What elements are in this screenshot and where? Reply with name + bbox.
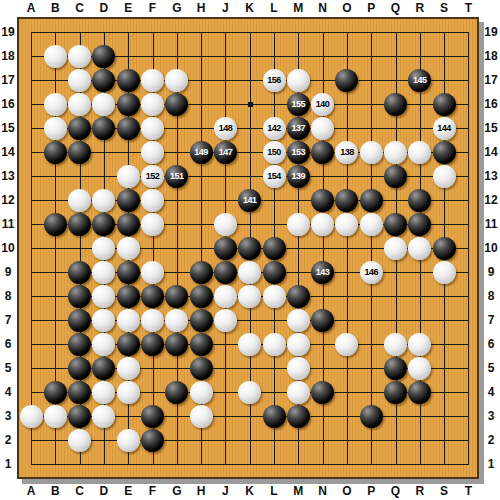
stone-white-F7[interactable] bbox=[141, 309, 164, 332]
stone-white-S13[interactable] bbox=[433, 165, 456, 188]
stone-white-B3[interactable] bbox=[44, 405, 67, 428]
stone-black-D15[interactable] bbox=[92, 117, 115, 140]
coord-label-top-O: O bbox=[339, 1, 355, 15]
stone-white-E10[interactable] bbox=[117, 237, 140, 260]
stone-black-N7[interactable] bbox=[311, 309, 334, 332]
coord-label-top-T: T bbox=[460, 1, 476, 15]
coord-label-right-14: 14 bbox=[483, 145, 499, 159]
stone-move-154-L13[interactable]: 154 bbox=[263, 165, 286, 188]
stone-black-O12[interactable] bbox=[335, 189, 358, 212]
stone-move-145-R17[interactable]: 145 bbox=[408, 69, 431, 92]
stone-white-O6[interactable] bbox=[335, 333, 358, 356]
stone-black-L3[interactable] bbox=[263, 405, 286, 428]
stone-black-B11[interactable] bbox=[44, 213, 67, 236]
coord-label-top-C: C bbox=[72, 1, 88, 15]
stone-white-K8[interactable] bbox=[238, 285, 261, 308]
coord-label-bottom-J: J bbox=[217, 484, 233, 498]
stone-white-C16[interactable] bbox=[68, 93, 91, 116]
stone-black-E11[interactable] bbox=[117, 213, 140, 236]
coord-label-bottom-H: H bbox=[193, 484, 209, 498]
coord-label-bottom-E: E bbox=[120, 484, 136, 498]
coord-label-right-15: 15 bbox=[483, 121, 499, 135]
stone-black-S16[interactable] bbox=[433, 93, 456, 116]
stone-black-C8[interactable] bbox=[68, 285, 91, 308]
stone-white-J8[interactable] bbox=[214, 285, 237, 308]
stone-black-C14[interactable] bbox=[68, 141, 91, 164]
stone-white-R10[interactable] bbox=[408, 237, 431, 260]
coord-label-right-4: 4 bbox=[483, 385, 499, 399]
stone-move-148-J15[interactable]: 148 bbox=[214, 117, 237, 140]
coord-label-bottom-K: K bbox=[242, 484, 258, 498]
coord-label-bottom-B: B bbox=[47, 484, 63, 498]
stone-black-Q4[interactable] bbox=[384, 381, 407, 404]
star-point-K16 bbox=[248, 102, 253, 107]
coord-label-left-8: 8 bbox=[0, 289, 16, 303]
stone-move-149-H14[interactable]: 149 bbox=[190, 141, 213, 164]
stone-black-Q16[interactable] bbox=[384, 93, 407, 116]
coord-label-top-A: A bbox=[23, 1, 39, 15]
stone-black-C4[interactable] bbox=[68, 381, 91, 404]
stone-white-S9[interactable] bbox=[433, 261, 456, 284]
stone-white-D4[interactable] bbox=[92, 381, 115, 404]
coord-label-right-1: 1 bbox=[483, 457, 499, 471]
stone-white-H4[interactable] bbox=[190, 381, 213, 404]
coord-label-right-3: 3 bbox=[483, 409, 499, 423]
stone-black-M3[interactable] bbox=[287, 405, 310, 428]
coord-label-top-M: M bbox=[290, 1, 306, 15]
stone-white-C12[interactable] bbox=[68, 189, 91, 212]
stone-white-R6[interactable] bbox=[408, 333, 431, 356]
stone-move-153-M14[interactable]: 153 bbox=[287, 141, 310, 164]
grid-line-vertical-P bbox=[371, 32, 372, 465]
stone-white-H3[interactable] bbox=[190, 405, 213, 428]
coord-label-right-13: 13 bbox=[483, 169, 499, 183]
stone-white-B15[interactable] bbox=[44, 117, 67, 140]
stone-white-M11[interactable] bbox=[287, 213, 310, 236]
coord-label-left-3: 3 bbox=[0, 409, 16, 423]
stone-black-F8[interactable] bbox=[141, 285, 164, 308]
stone-white-E4[interactable] bbox=[117, 381, 140, 404]
stone-black-H9[interactable] bbox=[190, 261, 213, 284]
stone-white-A3[interactable] bbox=[20, 405, 43, 428]
grid-line-horizontal-1 bbox=[31, 464, 469, 465]
stone-white-J11[interactable] bbox=[214, 213, 237, 236]
coord-label-right-10: 10 bbox=[483, 241, 499, 255]
stone-black-J10[interactable] bbox=[214, 237, 237, 260]
coord-label-left-19: 19 bbox=[0, 25, 16, 39]
coord-label-top-R: R bbox=[412, 1, 428, 15]
stone-white-F16[interactable] bbox=[141, 93, 164, 116]
coord-label-left-2: 2 bbox=[0, 433, 16, 447]
coord-label-bottom-T: T bbox=[460, 484, 476, 498]
coord-label-bottom-F: F bbox=[145, 484, 161, 498]
stone-black-P12[interactable] bbox=[360, 189, 383, 212]
coord-label-right-12: 12 bbox=[483, 193, 499, 207]
stone-black-G8[interactable] bbox=[165, 285, 188, 308]
stone-move-144-S15[interactable]: 144 bbox=[433, 117, 456, 140]
coord-label-top-E: E bbox=[120, 1, 136, 15]
coord-label-left-16: 16 bbox=[0, 97, 16, 111]
stone-black-F6[interactable] bbox=[141, 333, 164, 356]
stone-black-S10[interactable] bbox=[433, 237, 456, 260]
coord-label-top-S: S bbox=[436, 1, 452, 15]
stone-black-C3[interactable] bbox=[68, 405, 91, 428]
coord-label-top-H: H bbox=[193, 1, 209, 15]
coord-label-top-K: K bbox=[242, 1, 258, 15]
grid-line-horizontal-2 bbox=[31, 440, 469, 441]
stone-black-F3[interactable] bbox=[141, 405, 164, 428]
stone-black-Q13[interactable] bbox=[384, 165, 407, 188]
stone-white-E13[interactable] bbox=[117, 165, 140, 188]
coord-label-bottom-N: N bbox=[315, 484, 331, 498]
stone-white-J7[interactable] bbox=[214, 309, 237, 332]
stone-black-F2[interactable] bbox=[141, 429, 164, 452]
stone-black-C5[interactable] bbox=[68, 357, 91, 380]
stone-black-H6[interactable] bbox=[190, 333, 213, 356]
coord-label-left-15: 15 bbox=[0, 121, 16, 135]
stone-white-K4[interactable] bbox=[238, 381, 261, 404]
stone-white-D8[interactable] bbox=[92, 285, 115, 308]
stone-white-M5[interactable] bbox=[287, 357, 310, 380]
stone-white-D6[interactable] bbox=[92, 333, 115, 356]
stone-black-C6[interactable] bbox=[68, 333, 91, 356]
stone-white-C18[interactable] bbox=[68, 45, 91, 68]
stone-black-D5[interactable] bbox=[92, 357, 115, 380]
coord-label-top-L: L bbox=[266, 1, 282, 15]
stone-black-M8[interactable] bbox=[287, 285, 310, 308]
coord-label-left-17: 17 bbox=[0, 73, 16, 87]
stone-black-P3[interactable] bbox=[360, 405, 383, 428]
coord-label-bottom-P: P bbox=[363, 484, 379, 498]
coord-label-left-12: 12 bbox=[0, 193, 16, 207]
stone-move-142-L15[interactable]: 142 bbox=[263, 117, 286, 140]
stone-black-J9[interactable] bbox=[214, 261, 237, 284]
coord-label-right-2: 2 bbox=[483, 433, 499, 447]
coord-label-right-9: 9 bbox=[483, 265, 499, 279]
stone-white-D12[interactable] bbox=[92, 189, 115, 212]
stone-move-146-P9[interactable]: 146 bbox=[360, 261, 383, 284]
stone-black-S14[interactable] bbox=[433, 141, 456, 164]
coord-label-right-18: 18 bbox=[483, 49, 499, 63]
stone-move-141-K12[interactable]: 141 bbox=[238, 189, 261, 212]
stone-white-P11[interactable] bbox=[360, 213, 383, 236]
stone-white-N11[interactable] bbox=[311, 213, 334, 236]
coord-label-left-4: 4 bbox=[0, 385, 16, 399]
coord-label-right-11: 11 bbox=[483, 217, 499, 231]
stone-white-Q10[interactable] bbox=[384, 237, 407, 260]
stone-move-143-N9[interactable]: 143 bbox=[311, 261, 334, 284]
stone-black-H5[interactable] bbox=[190, 357, 213, 380]
stone-white-Q14[interactable] bbox=[384, 141, 407, 164]
stone-black-D18[interactable] bbox=[92, 45, 115, 68]
coord-label-top-Q: Q bbox=[388, 1, 404, 15]
coord-label-left-11: 11 bbox=[0, 217, 16, 231]
stone-black-E9[interactable] bbox=[117, 261, 140, 284]
stone-white-G7[interactable] bbox=[165, 309, 188, 332]
coord-label-right-6: 6 bbox=[483, 337, 499, 351]
coord-label-bottom-L: L bbox=[266, 484, 282, 498]
stone-black-N4[interactable] bbox=[311, 381, 334, 404]
stone-white-M4[interactable] bbox=[287, 381, 310, 404]
stone-white-F11[interactable] bbox=[141, 213, 164, 236]
stone-black-E12[interactable] bbox=[117, 189, 140, 212]
stone-move-147-J14[interactable]: 147 bbox=[214, 141, 237, 164]
stone-black-C11[interactable] bbox=[68, 213, 91, 236]
grid-line-vertical-O bbox=[347, 32, 348, 465]
stone-white-P14[interactable] bbox=[360, 141, 383, 164]
coord-label-bottom-M: M bbox=[290, 484, 306, 498]
coord-label-left-6: 6 bbox=[0, 337, 16, 351]
stone-black-C9[interactable] bbox=[68, 261, 91, 284]
stone-white-M17[interactable] bbox=[287, 69, 310, 92]
stone-black-R11[interactable] bbox=[408, 213, 431, 236]
stone-move-138-O14[interactable]: 138 bbox=[335, 141, 358, 164]
stone-black-E16[interactable] bbox=[117, 93, 140, 116]
stone-white-B18[interactable] bbox=[44, 45, 67, 68]
stone-black-D17[interactable] bbox=[92, 69, 115, 92]
stone-black-E15[interactable] bbox=[117, 117, 140, 140]
stone-black-H8[interactable] bbox=[190, 285, 213, 308]
stone-white-N15[interactable] bbox=[311, 117, 334, 140]
coord-label-top-P: P bbox=[363, 1, 379, 15]
stone-white-D10[interactable] bbox=[92, 237, 115, 260]
stone-black-R12[interactable] bbox=[408, 189, 431, 212]
stone-black-R4[interactable] bbox=[408, 381, 431, 404]
coord-label-right-16: 16 bbox=[483, 97, 499, 111]
coord-label-left-10: 10 bbox=[0, 241, 16, 255]
stone-black-D11[interactable] bbox=[92, 213, 115, 236]
stone-black-L10[interactable] bbox=[263, 237, 286, 260]
coord-label-top-B: B bbox=[47, 1, 63, 15]
stone-move-152-F13[interactable]: 152 bbox=[141, 165, 164, 188]
stone-black-N12[interactable] bbox=[311, 189, 334, 212]
stone-black-K10[interactable] bbox=[238, 237, 261, 260]
stone-move-156-L17[interactable]: 156 bbox=[263, 69, 286, 92]
coord-label-top-N: N bbox=[315, 1, 331, 15]
stone-move-150-L14[interactable]: 150 bbox=[263, 141, 286, 164]
stone-black-E6[interactable] bbox=[117, 333, 140, 356]
coord-label-left-13: 13 bbox=[0, 169, 16, 183]
stone-white-D16[interactable] bbox=[92, 93, 115, 116]
stone-black-L9[interactable] bbox=[263, 261, 286, 284]
stone-white-Q6[interactable] bbox=[384, 333, 407, 356]
coord-label-left-7: 7 bbox=[0, 313, 16, 327]
stone-white-C17[interactable] bbox=[68, 69, 91, 92]
stone-black-H7[interactable] bbox=[190, 309, 213, 332]
stone-move-137-M15[interactable]: 137 bbox=[287, 117, 310, 140]
stone-black-O17[interactable] bbox=[335, 69, 358, 92]
stone-white-R5[interactable] bbox=[408, 357, 431, 380]
stone-move-140-N16[interactable]: 140 bbox=[311, 93, 334, 116]
stone-white-D9[interactable] bbox=[92, 261, 115, 284]
stone-white-R14[interactable] bbox=[408, 141, 431, 164]
stone-white-D3[interactable] bbox=[92, 405, 115, 428]
stone-white-O11[interactable] bbox=[335, 213, 358, 236]
stone-white-B16[interactable] bbox=[44, 93, 67, 116]
stone-white-L6[interactable] bbox=[263, 333, 286, 356]
stone-black-E17[interactable] bbox=[117, 69, 140, 92]
coord-label-left-5: 5 bbox=[0, 361, 16, 375]
stone-black-Q5[interactable] bbox=[384, 357, 407, 380]
stone-white-M6[interactable] bbox=[287, 333, 310, 356]
coord-label-bottom-Q: Q bbox=[388, 484, 404, 498]
go-board[interactable]: 1561451551401481421371441491471501531381… bbox=[17, 17, 479, 479]
coord-label-left-1: 1 bbox=[0, 457, 16, 471]
stone-white-E7[interactable] bbox=[117, 309, 140, 332]
stone-black-N14[interactable] bbox=[311, 141, 334, 164]
stone-move-151-G13[interactable]: 151 bbox=[165, 165, 188, 188]
coord-label-bottom-R: R bbox=[412, 484, 428, 498]
go-game-screenshot: 1561451551401481421371441491471501531381… bbox=[0, 0, 500, 500]
stone-move-155-M16[interactable]: 155 bbox=[287, 93, 310, 116]
coord-label-left-14: 14 bbox=[0, 145, 16, 159]
coord-label-right-7: 7 bbox=[483, 313, 499, 327]
stone-black-G16[interactable] bbox=[165, 93, 188, 116]
coord-label-right-19: 19 bbox=[483, 25, 499, 39]
stone-white-K6[interactable] bbox=[238, 333, 261, 356]
grid-line-vertical-T bbox=[468, 32, 469, 465]
coord-label-right-5: 5 bbox=[483, 361, 499, 375]
stone-black-E8[interactable] bbox=[117, 285, 140, 308]
stone-white-M7[interactable] bbox=[287, 309, 310, 332]
stone-black-G6[interactable] bbox=[165, 333, 188, 356]
stone-white-E5[interactable] bbox=[117, 357, 140, 380]
coord-label-top-G: G bbox=[169, 1, 185, 15]
coord-label-bottom-C: C bbox=[72, 484, 88, 498]
stone-white-F9[interactable] bbox=[141, 261, 164, 284]
coord-label-bottom-D: D bbox=[96, 484, 112, 498]
coord-label-top-J: J bbox=[217, 1, 233, 15]
coord-label-top-D: D bbox=[96, 1, 112, 15]
coord-label-bottom-A: A bbox=[23, 484, 39, 498]
stone-white-E2[interactable] bbox=[117, 429, 140, 452]
stone-white-F17[interactable] bbox=[141, 69, 164, 92]
stone-white-D7[interactable] bbox=[92, 309, 115, 332]
stone-white-L8[interactable] bbox=[263, 285, 286, 308]
coord-label-left-9: 9 bbox=[0, 265, 16, 279]
stone-black-B14[interactable] bbox=[44, 141, 67, 164]
stone-white-G17[interactable] bbox=[165, 69, 188, 92]
stone-white-C2[interactable] bbox=[68, 429, 91, 452]
stone-black-C15[interactable] bbox=[68, 117, 91, 140]
coord-label-right-17: 17 bbox=[483, 73, 499, 87]
stone-white-K9[interactable] bbox=[238, 261, 261, 284]
coord-label-bottom-G: G bbox=[169, 484, 185, 498]
coord-label-bottom-O: O bbox=[339, 484, 355, 498]
stone-black-G4[interactable] bbox=[165, 381, 188, 404]
coord-label-right-8: 8 bbox=[483, 289, 499, 303]
stone-black-B4[interactable] bbox=[44, 381, 67, 404]
stone-move-139-M13[interactable]: 139 bbox=[287, 165, 310, 188]
stone-black-Q11[interactable] bbox=[384, 213, 407, 236]
stone-black-C7[interactable] bbox=[68, 309, 91, 332]
coord-label-top-F: F bbox=[145, 1, 161, 15]
coord-label-bottom-S: S bbox=[436, 484, 452, 498]
coord-label-left-18: 18 bbox=[0, 49, 16, 63]
stone-white-F12[interactable] bbox=[141, 189, 164, 212]
stone-white-F15[interactable] bbox=[141, 117, 164, 140]
stone-white-F14[interactable] bbox=[141, 141, 164, 164]
